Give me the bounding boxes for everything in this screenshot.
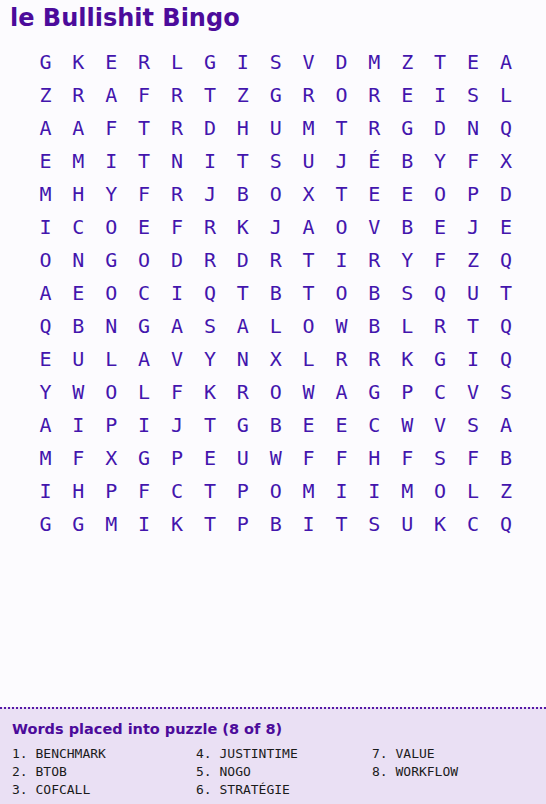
grid-cell: U [457, 276, 490, 309]
grid-cell: L [489, 78, 522, 111]
grid-cell: B [259, 276, 292, 309]
word-list: 1. BENCHMARK2. BTOB3. COFCALL4. JUSTINTI… [12, 745, 546, 799]
grid-cell: O [424, 474, 457, 507]
grid-cell: Q [489, 111, 522, 144]
word-list-item: 2. BTOB [12, 763, 196, 781]
grid-cell: F [391, 441, 424, 474]
grid-cell: F [62, 441, 95, 474]
grid-cell: I [424, 78, 457, 111]
grid-cell: I [325, 474, 358, 507]
word-list-item: 4. JUSTINTIME [196, 745, 372, 763]
grid-cell: S [358, 507, 391, 540]
grid-cell: E [95, 45, 128, 78]
grid-cell: U [226, 441, 259, 474]
grid-cell: O [95, 375, 128, 408]
grid-cell: P [226, 507, 259, 540]
grid-cell: B [259, 507, 292, 540]
grid-cell: E [292, 408, 325, 441]
grid-cell: O [29, 243, 62, 276]
grid-cell: V [358, 210, 391, 243]
grid-cell: S [259, 45, 292, 78]
grid-cell: G [62, 507, 95, 540]
grid-cell: T [128, 144, 161, 177]
grid-cell: B [358, 309, 391, 342]
grid-cell: E [457, 45, 490, 78]
grid-cell: I [62, 408, 95, 441]
grid-cell: Z [391, 45, 424, 78]
grid-cell: V [424, 408, 457, 441]
grid-cell: I [29, 210, 62, 243]
grid-cell: U [292, 144, 325, 177]
grid-cell: Q [424, 276, 457, 309]
grid-cell: D [226, 243, 259, 276]
grid-cell: V [292, 45, 325, 78]
grid-cell: I [292, 507, 325, 540]
grid-cell: F [128, 78, 161, 111]
grid-cell: T [226, 276, 259, 309]
word-list-column: 1. BENCHMARK2. BTOB3. COFCALL [12, 745, 196, 799]
grid-cell: G [128, 441, 161, 474]
word-list-column: 4. JUSTINTIME5. NOGO6. STRATÉGIE [196, 745, 372, 799]
grid-cell: B [391, 210, 424, 243]
grid-cell: I [29, 474, 62, 507]
grid-cell: F [457, 144, 490, 177]
grid-cell: G [29, 507, 62, 540]
grid-cell: A [292, 210, 325, 243]
grid-cell: R [161, 177, 194, 210]
grid-cell: W [325, 309, 358, 342]
grid-cell: R [358, 78, 391, 111]
grid-cell: K [62, 45, 95, 78]
grid-cell: X [95, 441, 128, 474]
grid-cell: F [325, 441, 358, 474]
grid-cell: A [62, 111, 95, 144]
grid-cell: E [391, 78, 424, 111]
grid-cell: O [424, 177, 457, 210]
grid-cell: O [259, 177, 292, 210]
grid-cell: G [259, 78, 292, 111]
word-list-item: 3. COFCALL [12, 781, 196, 799]
grid-cell: D [193, 111, 226, 144]
grid-cell: K [193, 375, 226, 408]
grid-cell: M [292, 474, 325, 507]
grid-cell: X [259, 342, 292, 375]
grid-cell: É [358, 144, 391, 177]
grid-cell: O [95, 210, 128, 243]
grid-cell: I [226, 45, 259, 78]
grid-cell: J [161, 408, 194, 441]
grid-cell: H [62, 177, 95, 210]
grid-cell: A [29, 111, 62, 144]
word-search-grid: GKERLGISVDMZTEAZRAFRTZGROREISLAAFTRDHUMT… [29, 45, 522, 540]
grid-cell: P [95, 474, 128, 507]
grid-cell: E [358, 177, 391, 210]
grid-cell: L [457, 474, 490, 507]
grid-cell: F [457, 441, 490, 474]
grid-cell: D [424, 111, 457, 144]
grid-cell: G [391, 111, 424, 144]
grid-cell: O [259, 474, 292, 507]
grid-cell: C [161, 474, 194, 507]
grid-cell: Y [424, 144, 457, 177]
grid-cell: I [193, 144, 226, 177]
grid-cell: E [325, 408, 358, 441]
grid-cell: M [29, 177, 62, 210]
grid-cell: L [292, 342, 325, 375]
grid-cell: U [391, 507, 424, 540]
grid-cell: O [95, 276, 128, 309]
grid-cell: I [358, 474, 391, 507]
grid-cell: S [457, 408, 490, 441]
grid-cell: I [128, 507, 161, 540]
grid-cell: O [128, 243, 161, 276]
grid-cell: W [62, 375, 95, 408]
grid-cell: B [391, 144, 424, 177]
grid-cell: Y [391, 243, 424, 276]
grid-cell: W [292, 375, 325, 408]
grid-cell: B [489, 441, 522, 474]
grid-cell: T [226, 144, 259, 177]
grid-cell: S [259, 144, 292, 177]
grid-cell: I [161, 276, 194, 309]
grid-cell: J [259, 210, 292, 243]
grid-cell: I [325, 243, 358, 276]
grid-cell: F [424, 243, 457, 276]
grid-cell: P [226, 474, 259, 507]
grid-cell: Z [29, 78, 62, 111]
grid-cell: F [95, 111, 128, 144]
grid-cell: H [226, 111, 259, 144]
grid-cell: E [29, 342, 62, 375]
grid-cell: P [161, 441, 194, 474]
grid-cell: P [95, 408, 128, 441]
word-list-item: 1. BENCHMARK [12, 745, 196, 763]
grid-cell: R [358, 111, 391, 144]
grid-cell: V [161, 342, 194, 375]
grid-cell: A [161, 309, 194, 342]
grid-cell: R [128, 45, 161, 78]
grid-cell: N [95, 309, 128, 342]
grid-cell: O [325, 276, 358, 309]
grid-cell: Y [193, 342, 226, 375]
grid-cell: C [62, 210, 95, 243]
word-list-column: 7. VALUE8. WORKFLOW [372, 745, 546, 799]
grid-cell: F [161, 375, 194, 408]
grid-cell: S [193, 309, 226, 342]
grid-cell: J [325, 144, 358, 177]
grid-cell: G [424, 342, 457, 375]
grid-cell: M [358, 45, 391, 78]
grid-cell: F [128, 177, 161, 210]
grid-cell: Q [489, 309, 522, 342]
grid-cell: T [292, 276, 325, 309]
grid-cell: E [193, 441, 226, 474]
grid-cell: O [259, 375, 292, 408]
grid-cell: C [128, 276, 161, 309]
words-panel: Words placed into puzzle (8 of 8) 1. BEN… [0, 707, 546, 804]
grid-cell: G [358, 375, 391, 408]
grid-cell: L [161, 45, 194, 78]
grid-cell: I [128, 408, 161, 441]
grid-cell: X [292, 177, 325, 210]
grid-cell: A [226, 309, 259, 342]
grid-cell: Z [489, 474, 522, 507]
grid-cell: R [226, 375, 259, 408]
grid-cell: Z [457, 243, 490, 276]
grid-cell: A [489, 408, 522, 441]
grid-cell: T [292, 243, 325, 276]
grid-cell: T [489, 276, 522, 309]
grid-cell: D [325, 45, 358, 78]
grid-cell: F [161, 210, 194, 243]
grid-cell: Q [29, 309, 62, 342]
grid-cell: Q [193, 276, 226, 309]
grid-cell: K [391, 342, 424, 375]
grid-cell: J [457, 210, 490, 243]
grid-cell: N [62, 243, 95, 276]
grid-cell: X [489, 144, 522, 177]
grid-cell: O [325, 78, 358, 111]
grid-cell: G [226, 408, 259, 441]
grid-cell: G [128, 309, 161, 342]
grid-cell: S [489, 375, 522, 408]
grid-cell: T [193, 474, 226, 507]
grid-cell: Q [489, 507, 522, 540]
grid-cell: E [391, 177, 424, 210]
grid-cell: F [292, 441, 325, 474]
grid-cell: Z [226, 78, 259, 111]
word-list-item: 8. WORKFLOW [372, 763, 546, 781]
grid-cell: E [62, 276, 95, 309]
grid-cell: P [391, 375, 424, 408]
grid-cell: K [161, 507, 194, 540]
grid-cell: H [62, 474, 95, 507]
grid-cell: G [95, 243, 128, 276]
grid-cell: G [29, 45, 62, 78]
grid-cell: R [424, 309, 457, 342]
grid-cell: M [29, 441, 62, 474]
grid-cell: R [358, 342, 391, 375]
grid-cell: E [128, 210, 161, 243]
grid-cell: I [457, 342, 490, 375]
grid-cell: L [95, 342, 128, 375]
grid-cell: L [391, 309, 424, 342]
grid-cell: W [391, 408, 424, 441]
grid-cell: R [292, 78, 325, 111]
grid-cell: R [325, 342, 358, 375]
grid-cell: U [259, 111, 292, 144]
grid-cell: D [489, 177, 522, 210]
grid-cell: R [358, 243, 391, 276]
grid-cell: J [193, 177, 226, 210]
grid-cell: G [193, 45, 226, 78]
grid-cell: S [457, 78, 490, 111]
grid-cell: T [325, 111, 358, 144]
grid-cell: B [259, 408, 292, 441]
grid-cell: N [457, 111, 490, 144]
grid-cell: A [95, 78, 128, 111]
grid-cell: F [128, 474, 161, 507]
grid-cell: A [29, 408, 62, 441]
grid-cell: B [62, 309, 95, 342]
grid-cell: T [325, 177, 358, 210]
grid-cell: K [424, 507, 457, 540]
grid-cell: T [128, 111, 161, 144]
grid-cell: B [358, 276, 391, 309]
grid-cell: Y [95, 177, 128, 210]
grid-cell: E [489, 210, 522, 243]
grid-cell: D [161, 243, 194, 276]
grid-cell: R [259, 243, 292, 276]
grid-cell: N [226, 342, 259, 375]
word-list-item: 7. VALUE [372, 745, 546, 763]
grid-cell: I [95, 144, 128, 177]
grid-cell: R [161, 111, 194, 144]
grid-cell: O [325, 210, 358, 243]
grid-cell: N [161, 144, 194, 177]
grid-cell: W [259, 441, 292, 474]
grid-cell: O [292, 309, 325, 342]
grid-cell: V [457, 375, 490, 408]
grid-cell: Q [489, 342, 522, 375]
grid-cell: R [62, 78, 95, 111]
grid-cell: A [29, 276, 62, 309]
grid-cell: A [128, 342, 161, 375]
word-list-item: 6. STRATÉGIE [196, 781, 372, 799]
grid-cell: Q [489, 243, 522, 276]
grid-cell: B [226, 177, 259, 210]
grid-cell: M [391, 474, 424, 507]
grid-cell: E [29, 144, 62, 177]
grid-cell: M [292, 111, 325, 144]
words-panel-heading: Words placed into puzzle (8 of 8) [12, 721, 546, 737]
grid-cell: K [226, 210, 259, 243]
grid-cell: P [457, 177, 490, 210]
grid-cell: R [193, 243, 226, 276]
grid-cell: M [62, 144, 95, 177]
grid-cell: R [161, 78, 194, 111]
grid-cell: L [128, 375, 161, 408]
grid-cell: H [358, 441, 391, 474]
page-title: le Bullishit Bingo [10, 4, 240, 32]
grid-cell: S [391, 276, 424, 309]
grid-cell: C [358, 408, 391, 441]
grid-cell: S [424, 441, 457, 474]
grid-cell: M [95, 507, 128, 540]
grid-cell: T [457, 309, 490, 342]
grid-cell: T [193, 507, 226, 540]
word-list-item: 5. NOGO [196, 763, 372, 781]
grid-cell: U [62, 342, 95, 375]
grid-cell: A [325, 375, 358, 408]
grid-cell: T [424, 45, 457, 78]
grid-cell: A [489, 45, 522, 78]
grid-cell: T [325, 507, 358, 540]
grid-cell: E [424, 210, 457, 243]
grid-cell: R [193, 210, 226, 243]
grid-cell: C [457, 507, 490, 540]
grid-cell: Y [29, 375, 62, 408]
grid-cell: T [193, 408, 226, 441]
grid-cell: L [259, 309, 292, 342]
grid-cell: T [193, 78, 226, 111]
grid-cell: C [424, 375, 457, 408]
